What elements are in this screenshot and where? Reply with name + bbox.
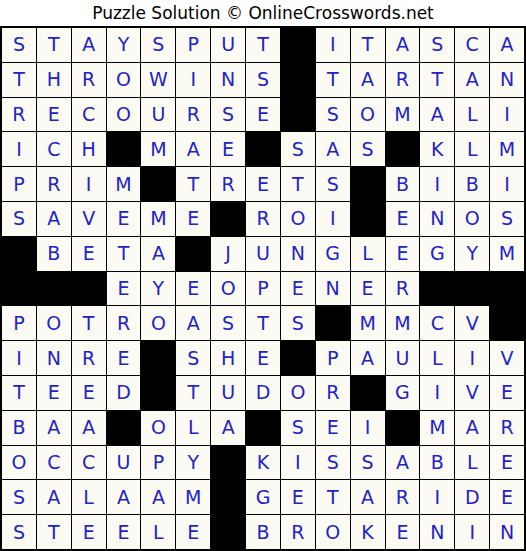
grid-cell: D [107, 376, 141, 410]
grid-cell: E [386, 202, 420, 236]
grid-cell: C [72, 98, 106, 132]
grid-cell: O [141, 306, 175, 340]
grid-cell: U [211, 376, 245, 410]
grid-cell: M [141, 132, 175, 166]
grid-cell: R [211, 167, 245, 201]
grid-cell: U [386, 341, 420, 375]
grid-cell: E [107, 515, 141, 549]
grid-cell: E [351, 272, 385, 306]
grid-cell: Y [176, 446, 210, 480]
grid-cell: N [281, 237, 315, 271]
grid-cell: N [490, 515, 524, 549]
grid-cell: S [281, 411, 315, 445]
grid-cell: N [37, 341, 71, 375]
grid-cell: A [455, 411, 489, 445]
black-cell [281, 341, 315, 375]
grid-cell: E [176, 202, 210, 236]
grid-cell: S [2, 28, 36, 62]
grid-cell: I [490, 98, 524, 132]
grid-cell: T [37, 515, 71, 549]
grid-cell: S [420, 28, 454, 62]
grid-cell: S [176, 341, 210, 375]
black-cell [72, 272, 106, 306]
grid-cell: A [351, 480, 385, 514]
grid-cell: M [107, 167, 141, 201]
grid-cell: T [176, 376, 210, 410]
grid-cell: G [386, 376, 420, 410]
grid-cell: V [72, 202, 106, 236]
crossword-grid: STAYSPUTITASCATHROWINSTARTANRECOURSESOMA… [0, 26, 526, 551]
grid-cell: L [141, 515, 175, 549]
grid-cell: A [316, 132, 350, 166]
grid-cell: R [316, 376, 350, 410]
grid-cell: O [455, 202, 489, 236]
black-cell [316, 306, 350, 340]
page-title: Puzzle Solution © OnlineCrosswords.net [0, 0, 526, 26]
grid-cell: A [72, 28, 106, 62]
grid-cell: Y [141, 272, 175, 306]
grid-cell: O [37, 306, 71, 340]
grid-cell: S [281, 132, 315, 166]
grid-cell: U [107, 446, 141, 480]
grid-cell: H [37, 63, 71, 97]
grid-cell: A [141, 480, 175, 514]
grid-cell: I [351, 411, 385, 445]
grid-cell: A [37, 202, 71, 236]
black-cell [2, 237, 36, 271]
black-cell [107, 411, 141, 445]
black-cell [176, 237, 210, 271]
grid-cell: K [246, 446, 280, 480]
grid-cell: K [420, 132, 454, 166]
grid-cell: E [386, 237, 420, 271]
grid-cell: I [455, 515, 489, 549]
grid-cell: E [176, 515, 210, 549]
grid-cell: L [72, 480, 106, 514]
grid-cell: M [351, 306, 385, 340]
grid-cell: B [386, 167, 420, 201]
grid-cell: Y [455, 237, 489, 271]
grid-cell: P [246, 272, 280, 306]
grid-cell: I [72, 167, 106, 201]
black-cell [246, 411, 280, 445]
grid-cell: A [211, 411, 245, 445]
grid-cell: E [490, 446, 524, 480]
grid-cell: N [316, 272, 350, 306]
black-cell [211, 202, 245, 236]
black-cell [490, 306, 524, 340]
grid-cell: S [211, 98, 245, 132]
grid-cell: B [455, 167, 489, 201]
grid-cell: R [386, 272, 420, 306]
grid-cell: I [176, 63, 210, 97]
grid-cell: R [72, 63, 106, 97]
grid-cell: L [455, 446, 489, 480]
grid-cell: S [351, 132, 385, 166]
grid-cell: S [351, 446, 385, 480]
grid-cell: S [211, 306, 245, 340]
grid-cell: M [420, 411, 454, 445]
grid-cell: R [2, 98, 36, 132]
grid-cell: I [420, 167, 454, 201]
grid-cell: G [316, 237, 350, 271]
grid-cell: O [107, 63, 141, 97]
grid-cell: P [141, 446, 175, 480]
grid-cell: R [490, 411, 524, 445]
grid-cell: A [420, 98, 454, 132]
grid-cell: R [176, 98, 210, 132]
grid-cell: E [72, 376, 106, 410]
grid-cell: E [246, 98, 280, 132]
grid-cell: L [455, 132, 489, 166]
grid-cell: U [211, 28, 245, 62]
grid-cell: S [2, 515, 36, 549]
grid-cell: C [455, 28, 489, 62]
grid-cell: T [2, 376, 36, 410]
grid-cell: L [420, 341, 454, 375]
grid-cell: O [281, 376, 315, 410]
grid-cell: A [455, 63, 489, 97]
grid-cell: T [107, 237, 141, 271]
grid-cell: A [351, 63, 385, 97]
grid-cell: A [386, 446, 420, 480]
grid-cell: A [176, 306, 210, 340]
grid-cell: V [455, 376, 489, 410]
grid-cell: E [246, 167, 280, 201]
grid-cell: E [490, 480, 524, 514]
grid-cell: O [107, 98, 141, 132]
grid-cell: O [281, 202, 315, 236]
grid-cell: O [2, 446, 36, 480]
grid-cell: O [316, 515, 350, 549]
grid-cell: I [490, 167, 524, 201]
grid-cell: B [2, 411, 36, 445]
black-cell [37, 272, 71, 306]
grid-cell: T [246, 28, 280, 62]
grid-cell: E [176, 272, 210, 306]
grid-cell: E [281, 272, 315, 306]
grid-cell: A [37, 480, 71, 514]
grid-cell: S [2, 480, 36, 514]
grid-cell: R [281, 515, 315, 549]
grid-cell: R [386, 63, 420, 97]
grid-cell: S [316, 446, 350, 480]
grid-cell: L [351, 237, 385, 271]
black-cell [351, 202, 385, 236]
black-cell [281, 28, 315, 62]
grid-cell: R [72, 341, 106, 375]
grid-cell: R [37, 167, 71, 201]
grid-cell: T [37, 28, 71, 62]
grid-cell: T [316, 63, 350, 97]
grid-cell: C [72, 446, 106, 480]
grid-cell: O [211, 272, 245, 306]
black-cell [281, 63, 315, 97]
grid-cell: M [490, 132, 524, 166]
grid-cell: H [72, 132, 106, 166]
grid-cell: L [176, 411, 210, 445]
grid-cell: E [107, 202, 141, 236]
black-cell [211, 515, 245, 549]
black-cell [211, 480, 245, 514]
grid-cell: T [72, 306, 106, 340]
grid-cell: P [2, 167, 36, 201]
grid-cell: I [281, 446, 315, 480]
grid-cell: D [455, 480, 489, 514]
grid-cell: T [176, 167, 210, 201]
black-cell [420, 272, 454, 306]
grid-cell: R [107, 306, 141, 340]
grid-cell: E [490, 376, 524, 410]
grid-cell: I [420, 480, 454, 514]
grid-cell: V [490, 341, 524, 375]
grid-cell: A [141, 237, 175, 271]
grid-cell: R [386, 480, 420, 514]
black-cell [386, 411, 420, 445]
grid-cell: T [281, 167, 315, 201]
grid-cell: B [246, 515, 280, 549]
grid-cell: O [351, 98, 385, 132]
grid-cell: B [420, 446, 454, 480]
grid-cell: I [316, 28, 350, 62]
grid-cell: M [176, 480, 210, 514]
grid-cell: T [2, 63, 36, 97]
grid-cell: T [420, 63, 454, 97]
grid-cell: H [211, 341, 245, 375]
grid-cell: C [37, 446, 71, 480]
grid-cell: G [420, 237, 454, 271]
grid-cell: A [72, 411, 106, 445]
grid-cell: S [490, 202, 524, 236]
grid-cell: E [386, 515, 420, 549]
grid-cell: S [281, 306, 315, 340]
grid-cell: C [37, 132, 71, 166]
grid-cell: E [37, 376, 71, 410]
grid-cell: T [246, 306, 280, 340]
grid-cell: R [246, 202, 280, 236]
grid-cell: E [107, 272, 141, 306]
grid-cell: U [246, 237, 280, 271]
black-cell [351, 167, 385, 201]
grid-cell: B [37, 237, 71, 271]
grid-cell: N [420, 202, 454, 236]
grid-cell: E [211, 132, 245, 166]
grid-cell: P [316, 341, 350, 375]
grid-cell: O [141, 411, 175, 445]
grid-cell: E [72, 515, 106, 549]
grid-cell: E [281, 480, 315, 514]
grid-cell: M [141, 202, 175, 236]
grid-cell: D [246, 376, 280, 410]
grid-cell: E [37, 98, 71, 132]
grid-cell: S [2, 202, 36, 236]
black-cell [141, 376, 175, 410]
grid-cell: E [107, 341, 141, 375]
grid-cell: E [316, 411, 350, 445]
grid-cell: A [107, 480, 141, 514]
grid-cell: M [386, 306, 420, 340]
grid-cell: T [351, 28, 385, 62]
black-cell [351, 376, 385, 410]
grid-cell: I [455, 341, 489, 375]
grid-cell: S [316, 98, 350, 132]
grid-cell: N [490, 63, 524, 97]
grid-cell: T [316, 480, 350, 514]
grid-cell: A [351, 341, 385, 375]
black-cell [490, 272, 524, 306]
black-cell [246, 132, 280, 166]
black-cell [281, 98, 315, 132]
black-cell [2, 272, 36, 306]
grid-cell: A [490, 28, 524, 62]
grid-cell: U [141, 98, 175, 132]
grid-cell: G [246, 480, 280, 514]
grid-cell: S [246, 63, 280, 97]
black-cell [211, 446, 245, 480]
grid-cell: I [316, 202, 350, 236]
grid-cell: A [386, 28, 420, 62]
grid-cell: K [351, 515, 385, 549]
grid-cell: E [246, 341, 280, 375]
grid-cell: I [420, 376, 454, 410]
grid-cell: N [211, 63, 245, 97]
grid-cell: N [420, 515, 454, 549]
black-cell [141, 167, 175, 201]
grid-cell: A [37, 411, 71, 445]
grid-cell: W [141, 63, 175, 97]
grid-cell: M [490, 237, 524, 271]
grid-cell: S [141, 28, 175, 62]
grid-cell: C [420, 306, 454, 340]
black-cell [455, 272, 489, 306]
grid-cell: P [2, 306, 36, 340]
grid-cell: M [386, 98, 420, 132]
black-cell [386, 132, 420, 166]
grid-cell: J [211, 237, 245, 271]
grid-cell: I [2, 341, 36, 375]
black-cell [107, 132, 141, 166]
grid-cell: A [176, 132, 210, 166]
grid-cell: I [2, 132, 36, 166]
grid-cell: P [176, 28, 210, 62]
grid-cell: V [455, 306, 489, 340]
grid-cell: L [455, 98, 489, 132]
grid-cell: E [72, 237, 106, 271]
black-cell [141, 341, 175, 375]
grid-cell: S [316, 167, 350, 201]
grid-cell: Y [107, 28, 141, 62]
